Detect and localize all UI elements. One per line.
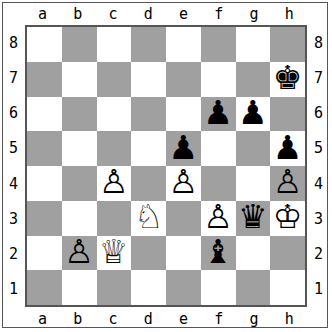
- white-pawn-h4: ♙: [273, 166, 303, 199]
- square-e8[interactable]: [166, 27, 201, 62]
- rank-label-6: 6: [3, 96, 24, 131]
- square-c5[interactable]: [97, 131, 132, 166]
- square-g1[interactable]: [236, 270, 271, 305]
- white-pawn-f3: ♙: [203, 201, 233, 234]
- rank-label-7: 7: [308, 60, 329, 95]
- square-f2[interactable]: ♝: [201, 236, 236, 271]
- file-label-g: g: [237, 3, 272, 24]
- square-c8[interactable]: [97, 27, 132, 62]
- file-label-g: g: [237, 308, 272, 329]
- square-e2[interactable]: [166, 236, 201, 271]
- rank-label-1: 1: [308, 272, 329, 307]
- square-b8[interactable]: [62, 27, 97, 62]
- square-b3[interactable]: [62, 201, 97, 236]
- square-f5[interactable]: [201, 131, 236, 166]
- rank-label-5: 5: [308, 131, 329, 166]
- square-g8[interactable]: [236, 27, 271, 62]
- file-labels-top: abcdefgh: [25, 3, 307, 24]
- square-e4[interactable]: ♙: [166, 166, 201, 201]
- rank-label-7: 7: [3, 60, 24, 95]
- file-label-b: b: [60, 308, 95, 329]
- square-e3[interactable]: [166, 201, 201, 236]
- black-pawn-h5: ♟: [273, 131, 303, 164]
- rank-labels-left: 87654321: [3, 25, 24, 307]
- rank-label-4: 4: [308, 166, 329, 201]
- square-e1[interactable]: [166, 270, 201, 305]
- file-label-c: c: [96, 308, 131, 329]
- square-c3[interactable]: [97, 201, 132, 236]
- square-h6[interactable]: [270, 97, 305, 132]
- square-h3[interactable]: ♔: [270, 201, 305, 236]
- rank-labels-right: 87654321: [308, 25, 329, 307]
- square-h1[interactable]: [270, 270, 305, 305]
- square-d7[interactable]: [131, 62, 166, 97]
- square-c2[interactable]: ♕: [97, 236, 132, 271]
- file-label-d: d: [131, 308, 166, 329]
- rank-label-8: 8: [308, 25, 329, 60]
- rank-label-2: 2: [3, 237, 24, 272]
- file-label-h: h: [272, 3, 307, 24]
- chess-board: ♚♟♟♟♟♙♙♙♘♙♛♔♙♕♝: [25, 25, 307, 307]
- square-c7[interactable]: [97, 62, 132, 97]
- square-g3[interactable]: ♛: [236, 201, 271, 236]
- black-pawn-f6: ♟: [203, 97, 233, 130]
- square-g5[interactable]: [236, 131, 271, 166]
- white-king-h3: ♔: [273, 201, 303, 234]
- file-label-a: a: [25, 3, 60, 24]
- black-queen-g3: ♛: [238, 201, 268, 234]
- square-b2[interactable]: ♙: [62, 236, 97, 271]
- square-a5[interactable]: [27, 131, 62, 166]
- square-a3[interactable]: [27, 201, 62, 236]
- rank-label-1: 1: [3, 272, 24, 307]
- square-a4[interactable]: [27, 166, 62, 201]
- file-label-e: e: [166, 3, 201, 24]
- chess-diagram: abcdefgh 87654321 87654321 abcdefgh ♚♟♟♟…: [0, 0, 332, 332]
- white-pawn-b2: ♙: [64, 236, 94, 269]
- square-f4[interactable]: [201, 166, 236, 201]
- square-h8[interactable]: [270, 27, 305, 62]
- square-a7[interactable]: [27, 62, 62, 97]
- file-label-b: b: [60, 3, 95, 24]
- rank-label-3: 3: [308, 201, 329, 236]
- black-king-h7: ♚: [273, 62, 303, 95]
- square-d6[interactable]: [131, 97, 166, 132]
- rank-label-5: 5: [3, 131, 24, 166]
- square-e7[interactable]: [166, 62, 201, 97]
- white-queen-c2: ♕: [99, 236, 129, 269]
- square-f7[interactable]: [201, 62, 236, 97]
- square-a1[interactable]: [27, 270, 62, 305]
- square-h5[interactable]: ♟: [270, 131, 305, 166]
- file-label-h: h: [272, 308, 307, 329]
- file-label-f: f: [201, 3, 236, 24]
- file-label-a: a: [25, 308, 60, 329]
- square-d1[interactable]: [131, 270, 166, 305]
- square-f1[interactable]: [201, 270, 236, 305]
- square-g7[interactable]: [236, 62, 271, 97]
- rank-label-2: 2: [308, 237, 329, 272]
- rank-label-6: 6: [308, 96, 329, 131]
- square-c6[interactable]: [97, 97, 132, 132]
- square-f6[interactable]: ♟: [201, 97, 236, 132]
- square-g6[interactable]: ♟: [236, 97, 271, 132]
- square-h7[interactable]: ♚: [270, 62, 305, 97]
- file-label-e: e: [166, 308, 201, 329]
- square-h4[interactable]: ♙: [270, 166, 305, 201]
- square-g4[interactable]: [236, 166, 271, 201]
- file-label-c: c: [96, 3, 131, 24]
- square-e5[interactable]: ♟: [166, 131, 201, 166]
- square-b1[interactable]: [62, 270, 97, 305]
- square-b7[interactable]: [62, 62, 97, 97]
- black-pawn-e5: ♟: [169, 131, 199, 164]
- square-d4[interactable]: [131, 166, 166, 201]
- rank-label-3: 3: [3, 201, 24, 236]
- black-pawn-g6: ♟: [238, 97, 268, 130]
- file-label-f: f: [201, 308, 236, 329]
- square-d3[interactable]: ♘: [131, 201, 166, 236]
- square-a8[interactable]: [27, 27, 62, 62]
- square-f8[interactable]: [201, 27, 236, 62]
- rank-label-4: 4: [3, 166, 24, 201]
- square-e6[interactable]: [166, 97, 201, 132]
- square-b6[interactable]: [62, 97, 97, 132]
- square-a2[interactable]: [27, 236, 62, 271]
- file-label-d: d: [131, 3, 166, 24]
- square-h2[interactable]: [270, 236, 305, 271]
- file-labels-bottom: abcdefgh: [25, 308, 307, 329]
- square-d2[interactable]: [131, 236, 166, 271]
- white-pawn-c4: ♙: [99, 166, 129, 199]
- rank-label-8: 8: [3, 25, 24, 60]
- black-bishop-f2: ♝: [203, 236, 233, 269]
- square-c1[interactable]: [97, 270, 132, 305]
- white-pawn-e4: ♙: [169, 166, 199, 199]
- square-a6[interactable]: [27, 97, 62, 132]
- square-d5[interactable]: [131, 131, 166, 166]
- square-f3[interactable]: ♙: [201, 201, 236, 236]
- square-b4[interactable]: [62, 166, 97, 201]
- square-b5[interactable]: [62, 131, 97, 166]
- white-knight-d3: ♘: [134, 201, 164, 234]
- square-g2[interactable]: [236, 236, 271, 271]
- square-c4[interactable]: ♙: [97, 166, 132, 201]
- square-d8[interactable]: [131, 27, 166, 62]
